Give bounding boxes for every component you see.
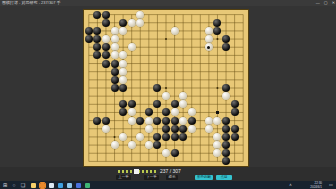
white-stone xyxy=(171,27,179,35)
app-control-bar: 237 / 307 上一手 下一手 提示 形势判断 点目 xyxy=(0,167,336,181)
white-stone xyxy=(128,117,136,125)
black-stone xyxy=(179,125,187,133)
maximize-icon[interactable]: ▢ xyxy=(324,0,328,6)
taskbar-app-go-app[interactable] xyxy=(40,183,45,188)
black-stone xyxy=(85,27,93,35)
white-stone xyxy=(102,35,110,43)
taskbar-app-file-explorer[interactable] xyxy=(49,183,54,188)
white-stone xyxy=(128,19,136,27)
black-stone xyxy=(222,84,230,92)
black-stone xyxy=(171,100,179,108)
black-stone xyxy=(102,11,110,19)
black-stone xyxy=(128,100,136,108)
black-stone xyxy=(188,117,196,125)
white-stone xyxy=(119,133,127,141)
black-stone xyxy=(231,100,239,108)
black-stone xyxy=(93,11,101,19)
white-stone xyxy=(188,125,196,133)
black-stone xyxy=(102,60,110,68)
white-stone xyxy=(119,68,127,76)
black-stone xyxy=(111,76,119,84)
title-bar: 围棋打谱 - 对局研究 - 237/307 手 — ▢ ✕ xyxy=(0,0,336,6)
tray-chevron-icon[interactable]: ∧ xyxy=(289,182,292,187)
white-stone xyxy=(128,141,136,149)
black-stone xyxy=(136,117,144,125)
black-stone xyxy=(222,117,230,125)
start-button-icon[interactable]: ⊞ xyxy=(2,182,8,188)
black-stone xyxy=(162,125,170,133)
app-window: 围棋打谱 - 对局研究 - 237/307 手 — ▢ ✕ 237 / 307 … xyxy=(0,0,336,189)
white-stone xyxy=(128,43,136,51)
search-icon[interactable]: ○ xyxy=(11,182,17,188)
black-stone xyxy=(102,19,110,27)
white-stone xyxy=(205,27,213,35)
white-stone xyxy=(205,125,213,133)
black-stone xyxy=(222,125,230,133)
hint-button[interactable]: 提示 xyxy=(166,175,178,180)
black-stone xyxy=(171,133,179,141)
white-stone xyxy=(145,125,153,133)
white-stone xyxy=(111,27,119,35)
black-stone xyxy=(85,35,93,43)
close-icon[interactable]: ✕ xyxy=(332,0,335,6)
white-stone xyxy=(205,35,213,43)
minimize-icon[interactable]: — xyxy=(316,0,320,6)
white-stone xyxy=(111,141,119,149)
black-stone xyxy=(162,133,170,141)
prev-move-button[interactable]: 上一手 xyxy=(116,175,131,180)
white-stone xyxy=(111,43,119,51)
next-move-button[interactable]: 下一手 xyxy=(144,175,159,180)
white-stone xyxy=(145,117,153,125)
white-stone xyxy=(205,117,213,125)
tray-date: 2024/6/1 xyxy=(310,185,322,189)
taskbar-app-mail-app[interactable] xyxy=(67,183,72,188)
move-counter: 237 / 307 xyxy=(160,168,181,174)
white-stone xyxy=(145,141,153,149)
white-stone xyxy=(136,11,144,19)
system-tray-clock[interactable]: 22:30 2024/6/1 xyxy=(310,181,322,189)
white-stone xyxy=(119,60,127,68)
window-controls: — ▢ ✕ xyxy=(316,0,335,6)
black-stone xyxy=(171,149,179,157)
white-stone xyxy=(119,27,127,35)
go-board[interactable] xyxy=(83,9,249,167)
taskbar-app-browser[interactable] xyxy=(58,183,63,188)
black-stone xyxy=(111,84,119,92)
taskbar: ⊞ ○ ❏ ∧ 22:30 2024/6/1 ▭ xyxy=(0,181,336,189)
white-stone xyxy=(102,125,110,133)
taskbar-app-folder-app[interactable] xyxy=(31,183,36,188)
notification-center-icon[interactable]: ▭ xyxy=(329,182,334,187)
taskbar-app-wechat[interactable] xyxy=(85,183,90,188)
count-button[interactable]: 点目 xyxy=(216,175,232,180)
black-stone xyxy=(171,125,179,133)
white-stone xyxy=(111,35,119,43)
black-stone xyxy=(111,60,119,68)
black-stone xyxy=(171,117,179,125)
black-stone xyxy=(111,68,119,76)
black-stone xyxy=(162,117,170,125)
taskbar-app-photos-app[interactable] xyxy=(76,183,81,188)
slider-handle[interactable] xyxy=(134,169,139,174)
square-marker xyxy=(216,111,219,114)
black-stone xyxy=(93,117,101,125)
white-stone xyxy=(179,117,187,125)
estimate-button[interactable]: 形势判断 xyxy=(195,175,213,180)
black-stone xyxy=(119,19,127,27)
white-stone xyxy=(136,19,144,27)
task-view-icon[interactable]: ❏ xyxy=(20,182,26,188)
black-stone xyxy=(231,125,239,133)
window-title: 围棋打谱 - 对局研究 - 237/307 手 xyxy=(2,0,61,6)
black-stone xyxy=(231,133,239,141)
black-stone xyxy=(222,133,230,141)
move-slider[interactable] xyxy=(118,170,157,173)
black-stone xyxy=(102,117,110,125)
white-stone xyxy=(111,51,119,59)
white-stone xyxy=(119,76,127,84)
